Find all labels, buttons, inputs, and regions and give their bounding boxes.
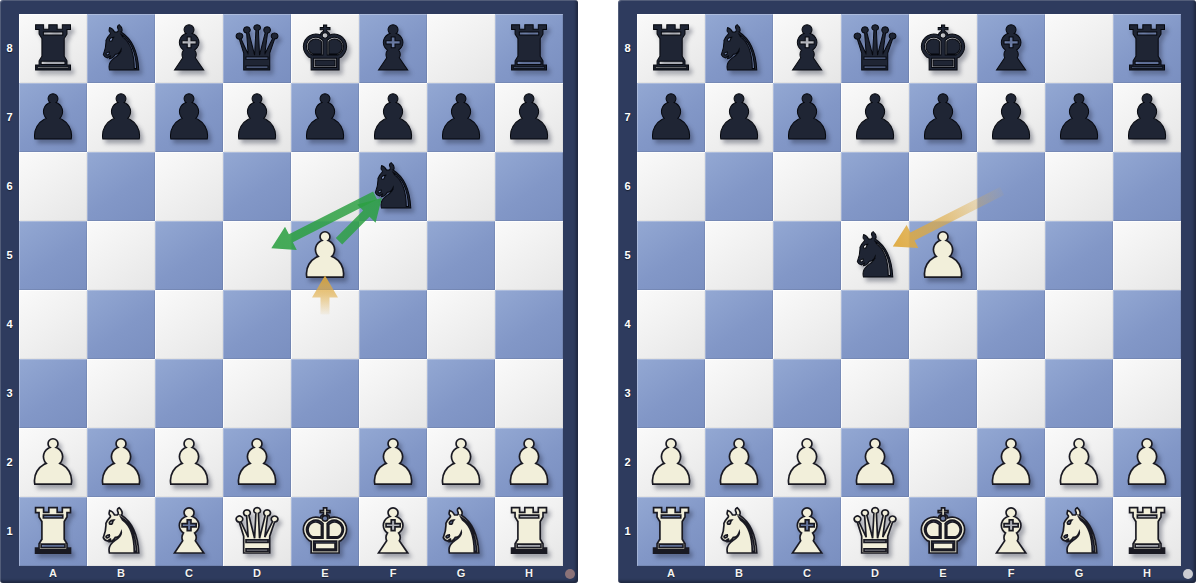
square-d8[interactable]: ♛: [223, 14, 291, 83]
file-label-b: B: [87, 567, 155, 579]
square-d2[interactable]: ♟: [841, 428, 909, 497]
square-e1[interactable]: ♚: [291, 497, 359, 566]
piece-black-pawn[interactable]: ♟: [25, 87, 81, 149]
square-b2[interactable]: ♟: [87, 428, 155, 497]
file-label-d: D: [841, 567, 909, 579]
square-c5[interactable]: [155, 221, 223, 290]
rank-label-8: 8: [0, 42, 19, 54]
square-a5[interactable]: [637, 221, 705, 290]
square-d7[interactable]: ♟: [223, 83, 291, 152]
rank-label-4: 4: [618, 318, 637, 330]
square-c7[interactable]: ♟: [773, 83, 841, 152]
piece-white-knight[interactable]: ♞: [1051, 501, 1107, 563]
square-b4[interactable]: [87, 290, 155, 359]
board-corner-dot: [1183, 569, 1193, 579]
square-h8[interactable]: ♜: [1113, 14, 1181, 83]
square-h4[interactable]: [495, 290, 563, 359]
piece-white-pawn[interactable]: ♟: [229, 432, 285, 494]
piece-white-king[interactable]: ♚: [297, 501, 353, 563]
square-c2[interactable]: ♟: [155, 428, 223, 497]
square-d3[interactable]: [841, 359, 909, 428]
piece-white-pawn[interactable]: ♟: [25, 432, 81, 494]
square-d5[interactable]: ♞: [841, 221, 909, 290]
rank-label-1: 1: [618, 525, 637, 537]
rank-label-3: 3: [618, 387, 637, 399]
left-board-grid: ♜♞♝♛♚♝♜♟♟♟♟♟♟♟♟♞♟♟♟♟♟♟♟♟♜♞♝♛♚♝♞♜: [19, 14, 563, 566]
rank-label-2: 2: [0, 456, 19, 468]
square-c2[interactable]: ♟: [773, 428, 841, 497]
file-label-g: G: [427, 567, 495, 579]
square-d1[interactable]: ♛: [841, 497, 909, 566]
rank-label-7: 7: [618, 111, 637, 123]
square-g6[interactable]: [1045, 152, 1113, 221]
piece-black-bishop[interactable]: ♝: [365, 18, 421, 80]
square-a1[interactable]: ♜: [637, 497, 705, 566]
square-a3[interactable]: [637, 359, 705, 428]
piece-white-knight[interactable]: ♞: [711, 501, 767, 563]
square-f3[interactable]: [359, 359, 427, 428]
piece-black-pawn[interactable]: ♟: [915, 87, 971, 149]
square-e7[interactable]: ♟: [909, 83, 977, 152]
square-b2[interactable]: ♟: [705, 428, 773, 497]
piece-black-queen[interactable]: ♛: [847, 18, 903, 80]
piece-white-knight[interactable]: ♞: [93, 501, 149, 563]
piece-white-pawn[interactable]: ♟: [93, 432, 149, 494]
square-g4[interactable]: [1045, 290, 1113, 359]
file-label-h: H: [1113, 567, 1181, 579]
file-label-f: F: [977, 567, 1045, 579]
right-chess-board: ♜♞♝♛♚♝♜♟♟♟♟♟♟♟♟♞♟♟♟♟♟♟♟♟♜♞♝♛♚♝♞♜87654321…: [618, 0, 1196, 583]
square-e6[interactable]: [909, 152, 977, 221]
piece-black-pawn[interactable]: ♟: [847, 87, 903, 149]
square-g7[interactable]: ♟: [427, 83, 495, 152]
piece-black-pawn[interactable]: ♟: [983, 87, 1039, 149]
file-label-a: A: [19, 567, 87, 579]
piece-white-rook[interactable]: ♜: [643, 501, 699, 563]
piece-white-pawn[interactable]: ♟: [847, 432, 903, 494]
piece-black-pawn[interactable]: ♟: [501, 87, 557, 149]
piece-black-bishop[interactable]: ♝: [779, 18, 835, 80]
square-a4[interactable]: [19, 290, 87, 359]
square-d6[interactable]: [223, 152, 291, 221]
piece-black-pawn[interactable]: ♟: [161, 87, 217, 149]
square-c4[interactable]: [773, 290, 841, 359]
square-e3[interactable]: [909, 359, 977, 428]
right-board-grid: ♜♞♝♛♚♝♜♟♟♟♟♟♟♟♟♞♟♟♟♟♟♟♟♟♜♞♝♛♚♝♞♜: [637, 14, 1181, 566]
square-e3[interactable]: [291, 359, 359, 428]
piece-white-queen[interactable]: ♛: [229, 501, 285, 563]
square-a6[interactable]: [637, 152, 705, 221]
square-a6[interactable]: [19, 152, 87, 221]
piece-white-pawn[interactable]: ♟: [365, 432, 421, 494]
square-h6[interactable]: [495, 152, 563, 221]
piece-black-rook[interactable]: ♜: [25, 18, 81, 80]
left-chess-board: ♜♞♝♛♚♝♜♟♟♟♟♟♟♟♟♞♟♟♟♟♟♟♟♟♜♞♝♛♚♝♞♜87654321…: [0, 0, 578, 583]
square-d6[interactable]: [841, 152, 909, 221]
piece-black-rook[interactable]: ♜: [501, 18, 557, 80]
square-b8[interactable]: ♞: [87, 14, 155, 83]
file-label-f: F: [359, 567, 427, 579]
square-a8[interactable]: ♜: [637, 14, 705, 83]
square-a5[interactable]: [19, 221, 87, 290]
square-c8[interactable]: ♝: [155, 14, 223, 83]
rank-label-3: 3: [0, 387, 19, 399]
square-c6[interactable]: [773, 152, 841, 221]
square-a7[interactable]: ♟: [19, 83, 87, 152]
piece-black-pawn[interactable]: ♟: [229, 87, 285, 149]
rank-label-2: 2: [618, 456, 637, 468]
square-g2[interactable]: ♟: [1045, 428, 1113, 497]
piece-black-rook[interactable]: ♜: [1119, 18, 1175, 80]
square-f8[interactable]: ♝: [359, 14, 427, 83]
piece-black-pawn[interactable]: ♟: [365, 87, 421, 149]
square-e1[interactable]: ♚: [909, 497, 977, 566]
square-d7[interactable]: ♟: [841, 83, 909, 152]
piece-white-rook[interactable]: ♜: [25, 501, 81, 563]
square-d5[interactable]: [223, 221, 291, 290]
piece-white-bishop[interactable]: ♝: [779, 501, 835, 563]
file-label-b: B: [705, 567, 773, 579]
square-c3[interactable]: [773, 359, 841, 428]
square-a4[interactable]: [637, 290, 705, 359]
square-g3[interactable]: [427, 359, 495, 428]
piece-black-bishop[interactable]: ♝: [161, 18, 217, 80]
file-label-h: H: [495, 567, 563, 579]
piece-white-pawn[interactable]: ♟: [433, 432, 489, 494]
square-h1[interactable]: ♜: [1113, 497, 1181, 566]
piece-black-queen[interactable]: ♛: [229, 18, 285, 80]
piece-black-rook[interactable]: ♜: [643, 18, 699, 80]
square-e6[interactable]: [291, 152, 359, 221]
file-label-d: D: [223, 567, 291, 579]
square-h5[interactable]: [495, 221, 563, 290]
square-e8[interactable]: ♚: [909, 14, 977, 83]
square-g8[interactable]: [1045, 14, 1113, 83]
square-g8[interactable]: [427, 14, 495, 83]
square-g4[interactable]: [427, 290, 495, 359]
square-f5[interactable]: [977, 221, 1045, 290]
rank-label-5: 5: [0, 249, 19, 261]
square-d8[interactable]: ♛: [841, 14, 909, 83]
square-g1[interactable]: ♞: [427, 497, 495, 566]
piece-black-bishop[interactable]: ♝: [983, 18, 1039, 80]
square-b5[interactable]: [705, 221, 773, 290]
square-h8[interactable]: ♜: [495, 14, 563, 83]
square-f2[interactable]: ♟: [977, 428, 1045, 497]
square-b3[interactable]: [705, 359, 773, 428]
piece-white-pawn[interactable]: ♟: [983, 432, 1039, 494]
square-g5[interactable]: [1045, 221, 1113, 290]
square-h3[interactable]: [1113, 359, 1181, 428]
square-e2[interactable]: [909, 428, 977, 497]
square-b1[interactable]: ♞: [705, 497, 773, 566]
square-f4[interactable]: [359, 290, 427, 359]
file-label-e: E: [291, 567, 359, 579]
rank-label-1: 1: [0, 525, 19, 537]
square-c3[interactable]: [155, 359, 223, 428]
square-a1[interactable]: ♜: [19, 497, 87, 566]
piece-white-pawn[interactable]: ♟: [643, 432, 699, 494]
piece-white-pawn[interactable]: ♟: [161, 432, 217, 494]
square-f6[interactable]: [977, 152, 1045, 221]
piece-white-pawn[interactable]: ♟: [779, 432, 835, 494]
rank-label-6: 6: [618, 180, 637, 192]
square-b1[interactable]: ♞: [87, 497, 155, 566]
square-h2[interactable]: ♟: [1113, 428, 1181, 497]
file-label-a: A: [637, 567, 705, 579]
piece-black-pawn[interactable]: ♟: [643, 87, 699, 149]
piece-white-rook[interactable]: ♜: [501, 501, 557, 563]
piece-white-pawn[interactable]: ♟: [297, 225, 353, 287]
square-g6[interactable]: [427, 152, 495, 221]
piece-white-pawn[interactable]: ♟: [501, 432, 557, 494]
square-c6[interactable]: [155, 152, 223, 221]
piece-black-pawn[interactable]: ♟: [779, 87, 835, 149]
square-e5[interactable]: ♟: [291, 221, 359, 290]
square-c1[interactable]: ♝: [773, 497, 841, 566]
square-b6[interactable]: [705, 152, 773, 221]
piece-white-king[interactable]: ♚: [915, 501, 971, 563]
square-f4[interactable]: [977, 290, 1045, 359]
square-b6[interactable]: [87, 152, 155, 221]
square-f8[interactable]: ♝: [977, 14, 1045, 83]
square-g3[interactable]: [1045, 359, 1113, 428]
rank-label-4: 4: [0, 318, 19, 330]
square-a2[interactable]: ♟: [19, 428, 87, 497]
square-g2[interactable]: ♟: [427, 428, 495, 497]
square-b8[interactable]: ♞: [705, 14, 773, 83]
square-h1[interactable]: ♜: [495, 497, 563, 566]
square-e4[interactable]: [291, 290, 359, 359]
square-g1[interactable]: ♞: [1045, 497, 1113, 566]
square-h3[interactable]: [495, 359, 563, 428]
square-c8[interactable]: ♝: [773, 14, 841, 83]
piece-black-king[interactable]: ♚: [297, 18, 353, 80]
piece-white-pawn[interactable]: ♟: [915, 225, 971, 287]
square-e4[interactable]: [909, 290, 977, 359]
square-b4[interactable]: [705, 290, 773, 359]
square-f3[interactable]: [977, 359, 1045, 428]
piece-white-knight[interactable]: ♞: [433, 501, 489, 563]
square-h7[interactable]: ♟: [495, 83, 563, 152]
square-g5[interactable]: [427, 221, 495, 290]
piece-white-bishop[interactable]: ♝: [161, 501, 217, 563]
rank-label-6: 6: [0, 180, 19, 192]
square-e8[interactable]: ♚: [291, 14, 359, 83]
file-label-c: C: [155, 567, 223, 579]
square-h6[interactable]: [1113, 152, 1181, 221]
square-c1[interactable]: ♝: [155, 497, 223, 566]
square-d1[interactable]: ♛: [223, 497, 291, 566]
square-a3[interactable]: [19, 359, 87, 428]
square-h7[interactable]: ♟: [1113, 83, 1181, 152]
piece-white-bishop[interactable]: ♝: [983, 501, 1039, 563]
file-label-e: E: [909, 567, 977, 579]
square-f1[interactable]: ♝: [359, 497, 427, 566]
rank-label-5: 5: [618, 249, 637, 261]
piece-white-pawn[interactable]: ♟: [711, 432, 767, 494]
square-b3[interactable]: [87, 359, 155, 428]
piece-white-pawn[interactable]: ♟: [1051, 432, 1107, 494]
square-f2[interactable]: ♟: [359, 428, 427, 497]
rank-label-7: 7: [0, 111, 19, 123]
square-d4[interactable]: [223, 290, 291, 359]
square-a8[interactable]: ♜: [19, 14, 87, 83]
square-d2[interactable]: ♟: [223, 428, 291, 497]
piece-white-pawn[interactable]: ♟: [1119, 432, 1175, 494]
square-h5[interactable]: [1113, 221, 1181, 290]
piece-black-knight[interactable]: ♞: [847, 225, 903, 287]
square-h2[interactable]: ♟: [495, 428, 563, 497]
file-label-g: G: [1045, 567, 1113, 579]
square-f6[interactable]: ♞: [359, 152, 427, 221]
file-label-c: C: [773, 567, 841, 579]
square-d3[interactable]: [223, 359, 291, 428]
square-a2[interactable]: ♟: [637, 428, 705, 497]
square-h4[interactable]: [1113, 290, 1181, 359]
piece-black-pawn[interactable]: ♟: [433, 87, 489, 149]
piece-white-queen[interactable]: ♛: [847, 501, 903, 563]
piece-black-pawn[interactable]: ♟: [711, 87, 767, 149]
square-e5[interactable]: ♟: [909, 221, 977, 290]
piece-white-bishop[interactable]: ♝: [365, 501, 421, 563]
piece-black-king[interactable]: ♚: [915, 18, 971, 80]
piece-black-pawn[interactable]: ♟: [1119, 87, 1175, 149]
square-c7[interactable]: ♟: [155, 83, 223, 152]
rank-label-8: 8: [618, 42, 637, 54]
square-g7[interactable]: ♟: [1045, 83, 1113, 152]
piece-black-pawn[interactable]: ♟: [1051, 87, 1107, 149]
square-b5[interactable]: [87, 221, 155, 290]
piece-white-rook[interactable]: ♜: [1119, 501, 1175, 563]
piece-black-knight[interactable]: ♞: [365, 156, 421, 218]
square-d4[interactable]: [841, 290, 909, 359]
piece-black-pawn[interactable]: ♟: [297, 87, 353, 149]
square-f7[interactable]: ♟: [359, 83, 427, 152]
piece-black-knight[interactable]: ♞: [711, 18, 767, 80]
piece-black-pawn[interactable]: ♟: [93, 87, 149, 149]
square-f7[interactable]: ♟: [977, 83, 1045, 152]
square-c5[interactable]: [773, 221, 841, 290]
square-b7[interactable]: ♟: [705, 83, 773, 152]
board-corner-dot: [565, 569, 575, 579]
square-e2[interactable]: [291, 428, 359, 497]
square-f1[interactable]: ♝: [977, 497, 1045, 566]
piece-black-knight[interactable]: ♞: [93, 18, 149, 80]
square-a7[interactable]: ♟: [637, 83, 705, 152]
square-f5[interactable]: [359, 221, 427, 290]
square-e7[interactable]: ♟: [291, 83, 359, 152]
square-c4[interactable]: [155, 290, 223, 359]
square-b7[interactable]: ♟: [87, 83, 155, 152]
